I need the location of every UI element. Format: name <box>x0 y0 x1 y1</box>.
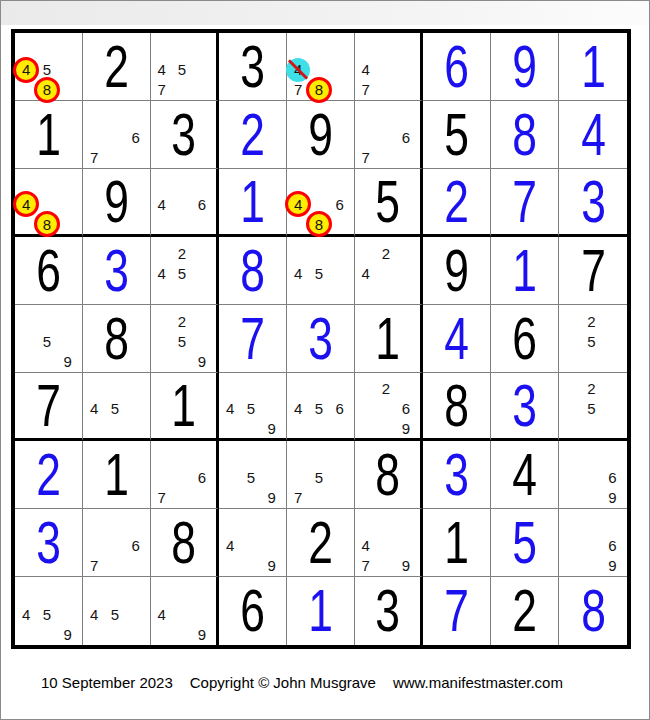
cell-r9c7[interactable]: 7 <box>423 577 491 645</box>
solved-digit: 7 <box>445 581 469 641</box>
candidate-7: 7 <box>148 484 176 512</box>
given-digit: 1 <box>172 376 196 436</box>
candidate-digit: 6 <box>198 470 206 485</box>
given-digit: 6 <box>37 241 61 301</box>
candidate-digit: 5 <box>247 470 255 485</box>
cell-r9c9[interactable]: 8 <box>559 577 627 645</box>
candidate-digit: 5 <box>315 266 323 281</box>
candidate-9: 9 <box>54 621 82 649</box>
given-digit: 7 <box>581 241 605 301</box>
candidate-9: 9 <box>258 484 286 512</box>
candidate-7: 7 <box>352 144 380 172</box>
candidate-digit: 5 <box>43 62 51 77</box>
candidate-9: 9 <box>188 621 216 649</box>
candidate-5: 5 <box>577 394 605 422</box>
candidate-digit: 5 <box>111 401 119 416</box>
candidate-digit: 4 <box>22 197 30 212</box>
candidate-digit: 4 <box>90 607 98 622</box>
cell-r3c8[interactable]: 7 <box>491 169 559 237</box>
cell-r6c1[interactable]: 7 <box>15 373 83 441</box>
cell-r8c7[interactable]: 1 <box>423 509 491 577</box>
given-digit: 1 <box>105 445 129 505</box>
candidate-digit: 9 <box>608 558 616 573</box>
cell-r5c7[interactable]: 4 <box>423 305 491 373</box>
cell-r2c5[interactable]: 9 <box>287 101 355 169</box>
solved-digit: 8 <box>241 241 265 301</box>
candidate-digit: 5 <box>43 607 51 622</box>
candidate-digit: 6 <box>608 538 616 553</box>
candidate-6: 6 <box>122 532 150 560</box>
candidate-digit: 5 <box>587 334 595 349</box>
cell-r7c3[interactable]: 67 <box>151 441 219 509</box>
candidate-7: 7 <box>80 552 108 580</box>
cell-r4c4[interactable]: 8 <box>219 237 287 305</box>
candidate-4: 4 <box>148 190 176 218</box>
cell-r5c1[interactable]: 59 <box>15 305 83 373</box>
cell-r4c6[interactable]: 24 <box>355 237 423 305</box>
candidate-9: 9 <box>258 414 286 442</box>
candidate-digit: 6 <box>335 401 343 416</box>
cell-r6c3[interactable]: 1 <box>151 373 219 441</box>
header-band <box>1 1 649 25</box>
given-digit: 3 <box>376 581 400 641</box>
candidate-digit: 4 <box>362 266 370 281</box>
cell-r2c2[interactable]: 67 <box>83 101 151 169</box>
candidate-digit: 7 <box>158 82 166 97</box>
cell-r3c2[interactable]: 9 <box>83 169 151 237</box>
given-digit: 9 <box>105 172 129 232</box>
candidate-digit: 9 <box>63 627 71 642</box>
candidate-digit: 4 <box>294 197 302 212</box>
candidate-digit: 7 <box>158 490 166 505</box>
cell-r9c1[interactable]: 459 <box>15 577 83 645</box>
candidate-8-circled: 8 <box>305 210 333 238</box>
cell-r1c1[interactable]: 458 <box>15 33 83 101</box>
cell-r9c8[interactable]: 2 <box>491 577 559 645</box>
solved-digit: 6 <box>445 37 469 97</box>
candidate-digit: 9 <box>267 558 275 573</box>
cell-r8c9[interactable]: 69 <box>559 509 627 577</box>
candidate-digit: 4 <box>90 401 98 416</box>
cell-r9c2[interactable]: 45 <box>83 577 151 645</box>
cell-r2c6[interactable]: 67 <box>355 101 423 169</box>
candidate-digit: 8 <box>315 82 323 97</box>
candidate-5: 5 <box>577 328 605 356</box>
cell-r5c4[interactable]: 7 <box>219 305 287 373</box>
solved-digit: 8 <box>581 581 605 641</box>
candidate-5: 5 <box>101 394 129 422</box>
given-digit: 3 <box>241 37 265 97</box>
cell-r1c8[interactable]: 9 <box>491 33 559 101</box>
solved-digit: 2 <box>241 105 265 165</box>
candidate-digit: 9 <box>267 490 275 505</box>
given-digit: 1 <box>37 105 61 165</box>
candidate-7: 7 <box>352 76 380 104</box>
given-digit: 2 <box>513 581 537 641</box>
cell-r2c3[interactable]: 3 <box>151 101 219 169</box>
cell-r6c9[interactable]: 25 <box>559 373 627 441</box>
candidate-9: 9 <box>188 348 216 376</box>
candidate-6: 6 <box>392 124 420 152</box>
given-digit: 6 <box>513 309 537 369</box>
cell-r9c4[interactable]: 6 <box>219 577 287 645</box>
solved-digit: 1 <box>309 581 333 641</box>
candidate-digit: 5 <box>247 401 255 416</box>
candidate-digit: 8 <box>315 217 323 232</box>
cell-r3c7[interactable]: 2 <box>423 169 491 237</box>
candidate-7: 7 <box>284 484 312 512</box>
cell-r3c9[interactable]: 3 <box>559 169 627 237</box>
candidate-5: 5 <box>305 260 333 288</box>
candidate-digit: 4 <box>294 401 302 416</box>
candidate-6: 6 <box>188 464 216 492</box>
candidate-digit: 8 <box>43 82 51 97</box>
candidate-digit: 5 <box>587 401 595 416</box>
cell-r4c2[interactable]: 3 <box>83 237 151 305</box>
cell-r6c8[interactable]: 3 <box>491 373 559 441</box>
sudoku-page: 4582457347847691167329675844894614685273… <box>0 0 650 720</box>
cell-r1c7[interactable]: 6 <box>423 33 491 101</box>
candidate-digit: 6 <box>131 538 139 553</box>
candidate-digit: 5 <box>315 470 323 485</box>
solved-digit: 3 <box>105 241 129 301</box>
candidate-9: 9 <box>392 414 420 442</box>
sudoku-grid: 4582457347847691167329675844894614685273… <box>11 29 631 649</box>
cell-r7c1[interactable]: 2 <box>15 441 83 509</box>
candidate-digit: 5 <box>111 607 119 622</box>
given-digit: 9 <box>309 105 333 165</box>
candidate-6: 6 <box>122 124 150 152</box>
cell-r6c6[interactable]: 269 <box>355 373 423 441</box>
cell-r7c5[interactable]: 57 <box>287 441 355 509</box>
candidate-digit: 7 <box>294 82 302 97</box>
cell-r4c1[interactable]: 6 <box>15 237 83 305</box>
cell-r5c2[interactable]: 8 <box>83 305 151 373</box>
solved-digit: 9 <box>513 37 537 97</box>
footer-website[interactable]: www.manifestmaster.com <box>393 674 563 691</box>
cell-r5c9[interactable]: 25 <box>559 305 627 373</box>
candidate-9: 9 <box>392 552 420 580</box>
candidate-digit: 6 <box>131 130 139 145</box>
cell-r9c3[interactable]: 49 <box>151 577 219 645</box>
solved-digit: 3 <box>37 513 61 573</box>
cell-r5c3[interactable]: 259 <box>151 305 219 373</box>
solved-digit: 5 <box>513 513 537 573</box>
candidate-digit: 5 <box>43 334 51 349</box>
cell-r8c6[interactable]: 479 <box>355 509 423 577</box>
cell-r3c6[interactable]: 5 <box>355 169 423 237</box>
candidate-digit: 5 <box>178 334 186 349</box>
cell-r1c6[interactable]: 47 <box>355 33 423 101</box>
candidate-digit: 5 <box>315 401 323 416</box>
candidate-digit: 4 <box>362 62 370 77</box>
cell-r7c6[interactable]: 8 <box>355 441 423 509</box>
candidate-digit: 5 <box>178 266 186 281</box>
solved-digit: 3 <box>513 376 537 436</box>
given-digit: 8 <box>445 376 469 436</box>
solved-digit: 7 <box>241 309 265 369</box>
cell-r7c4[interactable]: 59 <box>219 441 287 509</box>
candidate-digit: 4 <box>22 62 30 77</box>
cell-r8c2[interactable]: 67 <box>83 509 151 577</box>
candidate-9: 9 <box>54 348 82 376</box>
candidate-digit: 6 <box>402 130 410 145</box>
candidate-4: 4 <box>148 600 176 628</box>
candidate-digit: 2 <box>382 381 390 396</box>
candidate-digit: 5 <box>178 62 186 77</box>
solved-digit: 4 <box>445 309 469 369</box>
candidate-9: 9 <box>598 552 626 580</box>
given-digit: 2 <box>105 37 129 97</box>
solved-digit: 2 <box>445 172 469 232</box>
cell-r2c8[interactable]: 8 <box>491 101 559 169</box>
cell-r1c3[interactable]: 457 <box>151 33 219 101</box>
cell-r2c1[interactable]: 1 <box>15 101 83 169</box>
candidate-digit: 2 <box>178 314 186 329</box>
candidate-digit: 8 <box>43 217 51 232</box>
candidate-digit: 7 <box>294 490 302 505</box>
cell-r4c8[interactable]: 1 <box>491 237 559 305</box>
candidate-8-circled: 8 <box>33 76 61 104</box>
given-digit: 8 <box>105 309 129 369</box>
cell-r2c4[interactable]: 2 <box>219 101 287 169</box>
cell-r7c7[interactable]: 3 <box>423 441 491 509</box>
cell-r5c5[interactable]: 3 <box>287 305 355 373</box>
cell-r6c2[interactable]: 45 <box>83 373 151 441</box>
candidate-digit: 4 <box>22 607 30 622</box>
candidate-7: 7 <box>148 76 176 104</box>
solved-digit: 1 <box>581 37 605 97</box>
candidate-digit: 4 <box>294 266 302 281</box>
candidate-4: 4 <box>216 532 244 560</box>
given-digit: 2 <box>309 513 333 573</box>
candidate-digit: 4 <box>158 197 166 212</box>
given-digit: 5 <box>445 105 469 165</box>
candidate-digit: 9 <box>198 627 206 642</box>
candidate-digit: 4 <box>158 607 166 622</box>
solved-digit: 3 <box>309 309 333 369</box>
solved-digit: 1 <box>241 172 265 232</box>
cell-r4c7[interactable]: 9 <box>423 237 491 305</box>
cell-r5c8[interactable]: 6 <box>491 305 559 373</box>
given-digit: 5 <box>376 172 400 232</box>
solved-digit: 7 <box>513 172 537 232</box>
candidate-digit: 9 <box>267 421 275 436</box>
candidate-digit: 9 <box>402 421 410 436</box>
cell-r8c3[interactable]: 8 <box>151 509 219 577</box>
footer-date: 10 September 2023 <box>41 674 173 691</box>
candidate-9: 9 <box>598 484 626 512</box>
candidate-digit: 6 <box>335 197 343 212</box>
cell-r2c9[interactable]: 4 <box>559 101 627 169</box>
candidate-digit: 6 <box>198 197 206 212</box>
cell-r1c4[interactable]: 3 <box>219 33 287 101</box>
candidate-6: 6 <box>326 394 354 422</box>
candidate-digit: 4 <box>226 401 234 416</box>
candidate-digit: 2 <box>382 246 390 261</box>
cell-r6c5[interactable]: 456 <box>287 373 355 441</box>
candidate-9: 9 <box>258 552 286 580</box>
candidate-digit: 6 <box>608 470 616 485</box>
candidate-5: 5 <box>168 260 196 288</box>
candidate-digit: 9 <box>608 490 616 505</box>
given-digit: 1 <box>445 513 469 573</box>
candidate-8-circled: 8 <box>305 76 333 104</box>
cell-r9c5[interactable]: 1 <box>287 577 355 645</box>
given-digit: 9 <box>445 241 469 301</box>
cell-r8c8[interactable]: 5 <box>491 509 559 577</box>
cell-r9c6[interactable]: 3 <box>355 577 423 645</box>
cell-r7c2[interactable]: 1 <box>83 441 151 509</box>
given-digit: 8 <box>376 445 400 505</box>
given-digit: 4 <box>513 445 537 505</box>
candidate-digit: 7 <box>362 82 370 97</box>
cell-r3c3[interactable]: 46 <box>151 169 219 237</box>
cell-r3c5[interactable]: 468 <box>287 169 355 237</box>
cell-r7c8[interactable]: 4 <box>491 441 559 509</box>
cell-r8c1[interactable]: 3 <box>15 509 83 577</box>
solved-digit: 2 <box>37 445 61 505</box>
cell-r4c3[interactable]: 245 <box>151 237 219 305</box>
solved-digit: 3 <box>581 172 605 232</box>
candidate-6: 6 <box>188 190 216 218</box>
candidate-7: 7 <box>80 144 108 172</box>
cell-r3c1[interactable]: 48 <box>15 169 83 237</box>
candidate-digit: 7 <box>362 150 370 165</box>
candidate-digit: 2 <box>587 314 595 329</box>
cell-r7c9[interactable]: 69 <box>559 441 627 509</box>
cell-r2c7[interactable]: 5 <box>423 101 491 169</box>
solved-digit: 3 <box>445 445 469 505</box>
candidate-4: 4 <box>352 260 380 288</box>
candidate-digit: 7 <box>90 558 98 573</box>
candidate-7: 7 <box>352 552 380 580</box>
candidate-digit: 4 <box>158 62 166 77</box>
given-digit: 7 <box>37 376 61 436</box>
solved-digit: 1 <box>513 241 537 301</box>
solved-digit: 8 <box>513 105 537 165</box>
given-digit: 6 <box>241 581 265 641</box>
candidate-5: 5 <box>101 600 129 628</box>
candidate-digit: 4 <box>226 538 234 553</box>
footer: 10 September 2023 Copyright © John Musgr… <box>41 674 563 691</box>
candidate-digit: 4 <box>362 538 370 553</box>
candidate-digit: 4 <box>158 266 166 281</box>
candidate-digit: 7 <box>362 558 370 573</box>
cell-r6c7[interactable]: 8 <box>423 373 491 441</box>
footer-copyright: Copyright © John Musgrave <box>190 674 376 691</box>
cell-r1c9[interactable]: 1 <box>559 33 627 101</box>
cell-r3c4[interactable]: 1 <box>219 169 287 237</box>
candidate-8-circled: 8 <box>33 210 61 238</box>
cell-r1c2[interactable]: 2 <box>83 33 151 101</box>
given-digit: 8 <box>172 513 196 573</box>
solved-digit: 4 <box>581 105 605 165</box>
cell-r1c5[interactable]: 478 <box>287 33 355 101</box>
cell-r5c6[interactable]: 1 <box>355 305 423 373</box>
cell-r8c5[interactable]: 2 <box>287 509 355 577</box>
candidate-digit: 7 <box>90 150 98 165</box>
candidate-digit: 9 <box>63 354 71 369</box>
candidate-digit: 9 <box>402 558 410 573</box>
given-digit: 3 <box>172 105 196 165</box>
cell-r6c4[interactable]: 459 <box>219 373 287 441</box>
cell-r4c9[interactable]: 7 <box>559 237 627 305</box>
candidate-digit: 9 <box>198 354 206 369</box>
candidate-digit: 2 <box>178 246 186 261</box>
given-digit: 1 <box>376 309 400 369</box>
cell-r4c5[interactable]: 45 <box>287 237 355 305</box>
cell-r8c4[interactable]: 49 <box>219 509 287 577</box>
